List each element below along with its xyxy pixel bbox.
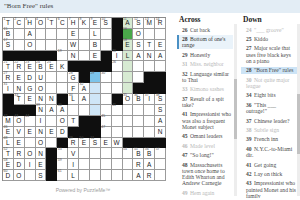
cell-number: 44 xyxy=(25,115,29,119)
down-clue-42[interactable]: 42 Lay on thick xyxy=(241,171,297,178)
cell-r14c4[interactable]: E xyxy=(36,159,47,170)
cell-r6c6[interactable] xyxy=(57,72,68,83)
active-clue-bar: "Born Free" rules xyxy=(0,0,300,13)
cell-number: 47 xyxy=(101,126,105,130)
cell-r15c2[interactable]: O xyxy=(14,170,25,181)
cell-r13c10[interactable] xyxy=(101,148,112,159)
cell-number: 28 xyxy=(69,72,73,76)
cell-r13c4[interactable]: N xyxy=(36,148,47,159)
clue-number: 41 xyxy=(182,111,188,117)
clue-number: 28 xyxy=(246,67,252,73)
cell-letter: V xyxy=(71,150,75,157)
down-clue-34[interactable]: 34 Eight bits xyxy=(241,92,297,99)
cell-number: 11 xyxy=(123,18,127,22)
down-header: Down xyxy=(243,15,297,24)
cell-r2c10[interactable] xyxy=(101,29,112,40)
cell-r1c15[interactable]: 14R xyxy=(155,18,166,29)
cell-number: 49 xyxy=(69,137,73,141)
cell-r3c8[interactable] xyxy=(79,40,90,51)
cell-r10c6[interactable]: O xyxy=(57,116,68,127)
cell-r6c5[interactable] xyxy=(46,72,57,83)
cell-r13c8[interactable] xyxy=(79,148,90,159)
cell-r3c14[interactable]: T xyxy=(144,40,155,51)
cell-letter: S xyxy=(136,41,140,48)
cell-r6c13[interactable] xyxy=(133,72,144,83)
cell-r13c3[interactable]: O xyxy=(25,148,36,159)
cell-r11c15[interactable]: N xyxy=(155,127,166,138)
cell-r8c13[interactable]: 36B xyxy=(133,94,144,105)
cell-r1c3[interactable]: 3H xyxy=(25,18,36,29)
cell-r2c9[interactable]: L xyxy=(90,29,101,40)
cell-r13c15[interactable]: 57 xyxy=(155,148,166,159)
cell-r10c4[interactable]: I xyxy=(36,116,47,127)
cell-r12c3[interactable] xyxy=(25,138,36,149)
cell-r2c6[interactable] xyxy=(57,29,68,40)
cell-r5c3[interactable]: 23E xyxy=(25,61,36,72)
crossword-grid[interactable]: 1T2C3H4O5T6C7H8K9E10S11A12S13M14R15BAEL1… xyxy=(2,17,166,181)
cell-r14c10[interactable] xyxy=(101,159,112,170)
cell-r9c4[interactable]: 39N xyxy=(36,105,47,116)
cell-r8c14[interactable]: 37I xyxy=(144,94,155,105)
cell-r15c13[interactable]: A xyxy=(133,170,144,181)
cell-r14c8[interactable] xyxy=(79,159,90,170)
cell-r13c13[interactable]: 55B xyxy=(133,148,144,159)
cell-r3c1[interactable]: 17S xyxy=(3,40,14,51)
cell-r13c11[interactable] xyxy=(112,148,123,159)
cell-letter: A xyxy=(147,161,151,168)
cell-r3c7[interactable]: W xyxy=(68,40,79,51)
cell-number: 54 xyxy=(123,148,127,152)
across-clue-31[interactable]: 31 Miss. neighbor xyxy=(177,61,233,68)
cell-r5c11[interactable]: 26 xyxy=(112,61,123,72)
cell-letter: E xyxy=(17,74,21,81)
cell-r6c12[interactable] xyxy=(123,72,134,83)
clue-number: 32 xyxy=(182,71,188,77)
down-scrollbar[interactable] xyxy=(297,24,300,196)
black-cell-r6c14 xyxy=(144,72,155,83)
cell-letter: N xyxy=(16,85,21,92)
clue-number: 47 xyxy=(182,152,188,158)
cell-r13c12[interactable]: 54 xyxy=(123,148,134,159)
cell-r4c13[interactable]: A xyxy=(133,51,144,62)
cell-r14c9[interactable] xyxy=(90,159,101,170)
cell-r13c7[interactable]: V xyxy=(68,148,79,159)
cell-r3c5[interactable] xyxy=(46,40,57,51)
cell-number: 60 xyxy=(4,170,8,174)
cell-r15c6[interactable]: 61 xyxy=(57,170,68,181)
cell-r10c3[interactable]: 44 xyxy=(25,116,36,127)
clue-number: 38 xyxy=(246,127,252,133)
cell-r8c7[interactable]: 34L xyxy=(68,94,79,105)
cell-letter: O xyxy=(38,139,43,146)
cell-r11c6[interactable]: D xyxy=(57,127,68,138)
cell-number: 43 xyxy=(14,115,18,119)
cell-r3c13[interactable]: S xyxy=(133,40,144,51)
cell-r2c8[interactable] xyxy=(79,29,90,40)
cell-letter: O xyxy=(27,150,32,157)
cell-r8c8[interactable]: A xyxy=(79,94,90,105)
cell-letter: A xyxy=(158,117,162,124)
cell-number: 30 xyxy=(101,72,105,76)
cell-number: 45 xyxy=(101,115,105,119)
cell-r14c12[interactable] xyxy=(123,159,134,170)
cell-r15c11[interactable] xyxy=(112,170,123,181)
cell-r10c13[interactable] xyxy=(133,116,144,127)
down-clue-27[interactable]: 27 Major scale that uses five black keys… xyxy=(241,45,297,65)
cell-letter: C xyxy=(60,19,65,26)
cell-r1c7[interactable]: 7H xyxy=(68,18,79,29)
cell-r7c9[interactable] xyxy=(90,83,101,94)
cell-r7c5[interactable] xyxy=(46,83,57,94)
cell-r1c14[interactable]: 13M xyxy=(144,18,155,29)
cell-r12c7[interactable]: 49R xyxy=(68,138,79,149)
black-cell-r6c15 xyxy=(155,72,166,83)
cell-r5c4[interactable]: 24B xyxy=(36,61,47,72)
cell-r15c4[interactable]: S xyxy=(36,170,47,181)
cell-letter: O xyxy=(16,172,21,179)
clue-number: 40 xyxy=(246,146,252,152)
cell-letter: A xyxy=(136,172,140,179)
down-clue-37[interactable]: 37 Chinese leader? xyxy=(241,117,297,124)
cell-letter: A xyxy=(49,106,53,113)
cell-r5c13[interactable] xyxy=(133,61,144,72)
cell-letter: N xyxy=(38,128,43,135)
cell-letter: L xyxy=(93,30,97,37)
down-clue-list: Down 24 "___ groove"25 Kiddo27 Major sca… xyxy=(241,14,297,198)
cell-number: 20 xyxy=(112,50,116,54)
cell-letter: T xyxy=(147,41,151,48)
cell-r2c14[interactable] xyxy=(144,29,155,40)
cell-r5c5[interactable]: 25E xyxy=(46,61,57,72)
down-clue-36[interactable]: 36 "This ___ outrage!" xyxy=(241,101,297,115)
cell-r10c2[interactable]: 43O xyxy=(14,116,25,127)
cell-r14c15[interactable] xyxy=(155,159,166,170)
cell-r4c12[interactable]: L xyxy=(123,51,134,62)
cell-r15c1[interactable]: 60D xyxy=(3,170,14,181)
across-clue-37[interactable]: 37 Result of a spit take? xyxy=(177,95,233,109)
down-clue-30[interactable]: 30 Not quite major league xyxy=(241,76,297,90)
down-clue-40[interactable]: 40 N.Y.C.-to-Miami dir. xyxy=(241,145,297,159)
cell-r3c4[interactable] xyxy=(36,40,47,51)
cell-r8c12[interactable]: 35O xyxy=(123,94,134,105)
cell-number: 40 xyxy=(58,104,62,108)
cell-r1c13[interactable]: 12S xyxy=(133,18,144,29)
cell-r4c15[interactable]: A xyxy=(155,51,166,62)
cell-r9c7[interactable] xyxy=(68,105,79,116)
black-cell-r15c5 xyxy=(46,170,57,181)
across-clue-45[interactable]: 45 Omani leaders xyxy=(177,133,233,140)
cell-number: 21 xyxy=(4,61,8,65)
across-clue-48[interactable]: 48 Massachusetts town once home to Edith… xyxy=(177,161,233,187)
cell-r6c10[interactable]: 30 xyxy=(101,72,112,83)
cell-r11c5[interactable]: E xyxy=(46,127,57,138)
cell-r9c14[interactable] xyxy=(144,105,155,116)
cell-r2c7[interactable]: E xyxy=(68,29,79,40)
cell-r11c11[interactable] xyxy=(112,127,123,138)
cell-r3c12[interactable]: 18E xyxy=(123,40,134,51)
across-clue-49[interactable]: 49 Hem again xyxy=(177,189,233,196)
cell-r13c14[interactable]: 56B xyxy=(144,148,155,159)
cell-number: 41 xyxy=(112,104,116,108)
cell-r1c8[interactable]: 8K xyxy=(79,18,90,29)
down-clue-38[interactable]: 38 Subtle sign xyxy=(241,127,297,134)
across-clue-33[interactable]: 33 Kimono sashes xyxy=(177,86,233,93)
down-clue-28[interactable]: 28 "Born Free" rules xyxy=(241,67,297,74)
cell-r4c14[interactable]: N xyxy=(144,51,155,62)
cell-r9c8[interactable] xyxy=(79,105,90,116)
cell-r1c9[interactable]: 9E xyxy=(90,18,101,29)
cell-r12c9[interactable]: 51S xyxy=(90,138,101,149)
cell-r15c7[interactable]: L xyxy=(68,170,79,181)
cell-letter: N xyxy=(147,52,152,59)
cell-letter: S xyxy=(158,106,162,113)
down-clue-41[interactable]: 41 Get going xyxy=(241,161,297,168)
down-clue-24[interactable]: 24 "___ groove" xyxy=(241,26,297,33)
cell-r14c2[interactable]: D xyxy=(14,159,25,170)
cell-r6c9[interactable]: 29 xyxy=(90,72,101,83)
cell-r2c2[interactable] xyxy=(14,29,25,40)
across-clue-32[interactable]: 32 Language similar to Thai xyxy=(177,70,233,84)
cell-number: 23 xyxy=(25,61,29,65)
across-clue-26[interactable]: 26 Cut back xyxy=(177,26,233,33)
clue-number: 31 xyxy=(182,61,188,67)
cell-r4c6[interactable]: 19 xyxy=(57,51,68,62)
cell-number: 18 xyxy=(123,39,127,43)
powered-by-puzzleme-label: Powered by PuzzleMe™ xyxy=(0,187,166,193)
cell-r9c13[interactable] xyxy=(133,105,144,116)
cell-r15c8[interactable] xyxy=(79,170,90,181)
across-clue-47[interactable]: 47 "So long!" xyxy=(177,152,233,159)
cell-r14c13[interactable]: R xyxy=(133,159,144,170)
cell-r1c4[interactable]: 4O xyxy=(36,18,47,29)
cell-r3c10[interactable] xyxy=(101,40,112,51)
cell-letter: U xyxy=(38,74,43,81)
cell-r3c3[interactable]: O xyxy=(25,40,36,51)
cell-r9c15[interactable]: S xyxy=(155,105,166,116)
cell-r12c8[interactable]: 50E xyxy=(79,138,90,149)
cell-r15c14[interactable]: R xyxy=(144,170,155,181)
cell-letter: T xyxy=(49,19,53,26)
cell-r3c15[interactable]: E xyxy=(155,40,166,51)
cell-r1c10[interactable]: 10S xyxy=(101,18,112,29)
cell-r12c2[interactable]: E xyxy=(14,138,25,149)
cell-number: 50 xyxy=(80,137,84,141)
cell-letter: E xyxy=(17,139,21,146)
cell-r8c10[interactable] xyxy=(101,94,112,105)
cell-r12c11[interactable]: W xyxy=(112,138,123,149)
cell-letter: D xyxy=(60,128,65,135)
cell-r6c2[interactable]: E xyxy=(14,72,25,83)
cell-r2c3[interactable]: A xyxy=(25,29,36,40)
cell-r5c15[interactable] xyxy=(155,61,166,72)
down-clue-25[interactable]: 25 Kiddo xyxy=(241,35,297,42)
cell-r8c15[interactable]: 38S xyxy=(155,94,166,105)
cell-r2c13[interactable]: O xyxy=(133,29,144,40)
clue-number: 36 xyxy=(246,102,252,108)
down-scrollbar-thumb[interactable] xyxy=(297,94,300,154)
cell-letter: S xyxy=(38,172,42,179)
cell-number: 12 xyxy=(134,18,138,22)
cell-r5c2[interactable]: 22R xyxy=(14,61,25,72)
across-scrollbar[interactable] xyxy=(234,24,237,196)
black-cell-r5c8 xyxy=(79,61,90,72)
cell-number: 51 xyxy=(90,137,94,141)
cell-number: 13 xyxy=(145,18,149,22)
cell-r4c9[interactable]: E xyxy=(90,51,101,62)
cell-letter: E xyxy=(93,52,97,59)
cell-r10c12[interactable] xyxy=(123,116,134,127)
cell-r6c7[interactable]: 28G xyxy=(68,72,79,83)
cell-letter: N xyxy=(49,95,54,102)
clue-number: 26 xyxy=(182,27,188,33)
cell-number: 48 xyxy=(4,137,8,141)
cell-r11c13[interactable] xyxy=(133,127,144,138)
cell-r5c6[interactable]: K xyxy=(57,61,68,72)
cell-r9c11[interactable]: 41 xyxy=(112,105,123,116)
cell-number: 8 xyxy=(80,18,82,22)
cell-number: 1 xyxy=(4,18,6,22)
cell-number: 35 xyxy=(123,94,127,98)
cell-number: 27 xyxy=(4,72,8,76)
cell-r12c4[interactable]: O xyxy=(36,138,47,149)
cell-number: 33 xyxy=(14,94,18,98)
cell-r3c2[interactable] xyxy=(14,40,25,51)
cell-letter: V xyxy=(17,128,21,135)
cell-letter: E xyxy=(93,19,97,26)
clue-number: 45 xyxy=(182,133,188,139)
cell-r15c3[interactable] xyxy=(25,170,36,181)
across-clue-28[interactable]: 28 Bottom of one's range xyxy=(177,35,233,49)
cell-r10c14[interactable] xyxy=(144,116,155,127)
cell-letter: A xyxy=(158,52,162,59)
cell-r6c3[interactable]: D xyxy=(25,72,36,83)
down-clue-39[interactable]: 39 French inn xyxy=(241,136,297,143)
cell-r7c6[interactable] xyxy=(57,83,68,94)
cell-r15c12[interactable] xyxy=(123,170,134,181)
cell-r9c9[interactable] xyxy=(90,105,101,116)
cell-r1c6[interactable]: 6C xyxy=(57,18,68,29)
cell-number: 61 xyxy=(58,170,62,174)
cell-r10c15[interactable]: A xyxy=(155,116,166,127)
cell-r10c7[interactable]: T xyxy=(68,116,79,127)
cell-r7c10[interactable] xyxy=(101,83,112,94)
cell-r3c9[interactable]: B xyxy=(90,40,101,51)
cell-letter: N xyxy=(38,150,43,157)
cell-r8c9[interactable] xyxy=(90,94,101,105)
cell-r2c4[interactable] xyxy=(36,29,47,40)
cell-r1c5[interactable]: 5T xyxy=(46,18,57,29)
cell-r2c15[interactable] xyxy=(155,29,166,40)
cell-r7c4[interactable]: O xyxy=(36,83,47,94)
across-scrollbar-thumb[interactable] xyxy=(234,79,237,139)
cell-r4c8[interactable] xyxy=(79,51,90,62)
cell-number: 7 xyxy=(69,18,71,22)
cell-letter: W xyxy=(70,41,76,48)
cell-r7c8[interactable]: 32A xyxy=(79,83,90,94)
cell-number: 31 xyxy=(4,83,8,87)
cell-r11c14[interactable] xyxy=(144,127,155,138)
across-clue-41[interactable]: 41 Impressionist who was also a frequent… xyxy=(177,111,233,131)
cell-r10c5[interactable] xyxy=(46,116,57,127)
cell-r15c10[interactable] xyxy=(101,170,112,181)
cell-r10c11[interactable] xyxy=(112,116,123,127)
cell-r9c12[interactable] xyxy=(123,105,134,116)
cell-r6c4[interactable]: U xyxy=(36,72,47,83)
cell-r13c2[interactable]: R xyxy=(14,148,25,159)
cell-r8c2[interactable]: 33T xyxy=(14,94,25,105)
cell-r11c4[interactable]: N xyxy=(36,127,47,138)
cell-number: 24 xyxy=(36,61,40,65)
cell-number: 26 xyxy=(112,61,116,65)
cell-number: 38 xyxy=(156,94,160,98)
cell-r14c3[interactable]: I xyxy=(25,159,36,170)
cell-r5c14[interactable] xyxy=(144,61,155,72)
cell-r8c3[interactable]: E xyxy=(25,94,36,105)
cell-r5c12[interactable] xyxy=(123,61,134,72)
cell-number: 9 xyxy=(90,18,92,22)
cell-letter: N xyxy=(71,52,76,59)
cell-r9c5[interactable]: A xyxy=(46,105,57,116)
down-clue-43[interactable]: 43 Impressionist who painted Monet and h… xyxy=(241,180,297,198)
cell-r12c10[interactable]: E xyxy=(101,138,112,149)
cell-r11c12[interactable] xyxy=(123,127,134,138)
cell-letter: I xyxy=(29,161,31,168)
cell-r15c15[interactable] xyxy=(155,170,166,181)
cell-letter: E xyxy=(27,128,31,135)
cell-r11c2[interactable]: V xyxy=(14,127,25,138)
cell-r6c11[interactable] xyxy=(112,72,123,83)
cell-letter: I xyxy=(72,161,74,168)
clue-number: 46 xyxy=(182,143,188,149)
cell-letter: E xyxy=(49,128,53,135)
cell-r12c5[interactable] xyxy=(46,138,57,149)
cell-r4c7[interactable]: N xyxy=(68,51,79,62)
cell-letter: I xyxy=(40,117,42,124)
cell-r14c11[interactable] xyxy=(112,159,123,170)
cell-r14c7[interactable]: I xyxy=(68,159,79,170)
cell-r2c5[interactable] xyxy=(46,29,57,40)
clue-number: 24 xyxy=(246,27,252,33)
cell-letter: O xyxy=(38,85,43,92)
clue-number: 25 xyxy=(246,36,252,42)
cell-r7c1[interactable]: 31I xyxy=(3,83,14,94)
cell-r9c6[interactable]: 40A xyxy=(57,105,68,116)
cell-r13c9[interactable] xyxy=(90,148,101,159)
cell-r7c11[interactable] xyxy=(112,83,123,94)
cell-r1c2[interactable]: 2C xyxy=(14,18,25,29)
clue-number: 28 xyxy=(182,36,188,42)
black-cell-r14c5 xyxy=(46,159,57,170)
cell-letter: E xyxy=(71,30,75,37)
cell-number: 52 xyxy=(4,148,8,152)
cell-r15c9[interactable] xyxy=(90,170,101,181)
across-clue-46[interactable]: 46 Made level xyxy=(177,142,233,149)
clue-number: 30 xyxy=(246,77,252,83)
cell-r14c14[interactable]: A xyxy=(144,159,155,170)
cell-r11c3[interactable]: E xyxy=(25,127,36,138)
cell-letter: H xyxy=(71,19,76,26)
cell-r7c3[interactable]: G xyxy=(25,83,36,94)
cell-letter: T xyxy=(71,117,75,124)
cell-number: 42 xyxy=(4,115,8,119)
across-clue-29[interactable]: 29 Honestly xyxy=(177,51,233,58)
cell-number: 32 xyxy=(80,83,84,87)
crossword-app: "Born Free" rules 1T2C3H4O5T6C7H8K9E10S1… xyxy=(0,0,300,200)
cell-r8c5[interactable]: N xyxy=(46,94,57,105)
cell-letter: E xyxy=(104,139,108,146)
cell-number: 19 xyxy=(58,50,62,54)
cell-r11c10[interactable]: 47 xyxy=(101,127,112,138)
